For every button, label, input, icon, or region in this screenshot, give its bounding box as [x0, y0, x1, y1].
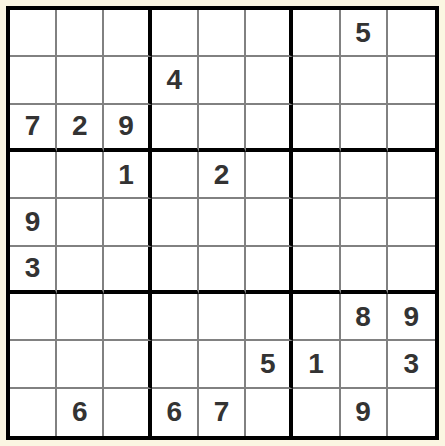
cell-r2c7[interactable] [293, 57, 340, 104]
cell-r5c9[interactable] [388, 199, 435, 246]
cell-r5c3[interactable] [104, 199, 151, 246]
cell-r1c1[interactable] [10, 10, 57, 57]
cell-r7c7[interactable] [293, 294, 340, 341]
cell-r8c9-given[interactable]: 3 [388, 341, 435, 388]
cell-r6c1-given[interactable]: 3 [10, 247, 57, 294]
cell-r7c3[interactable] [104, 294, 151, 341]
cell-r6c7[interactable] [293, 247, 340, 294]
cell-r1c6[interactable] [246, 10, 293, 57]
cell-r3c4[interactable] [152, 105, 199, 152]
cell-r9c1[interactable] [10, 389, 57, 436]
cell-r3c2-given[interactable]: 2 [57, 105, 104, 152]
cell-r8c1[interactable] [10, 341, 57, 388]
cell-r8c8[interactable] [341, 341, 388, 388]
cell-r1c5[interactable] [199, 10, 246, 57]
cell-r2c5[interactable] [199, 57, 246, 104]
cell-r3c3-given[interactable]: 9 [104, 105, 151, 152]
cell-r3c5[interactable] [199, 105, 246, 152]
cell-r3c8[interactable] [341, 105, 388, 152]
cell-r3c7[interactable] [293, 105, 340, 152]
cell-r4c8[interactable] [341, 152, 388, 199]
sudoku-board: 547291293895136679 [6, 6, 439, 440]
cell-r2c1[interactable] [10, 57, 57, 104]
cell-r9c7[interactable] [293, 389, 340, 436]
cell-r7c1[interactable] [10, 294, 57, 341]
cell-r7c4[interactable] [152, 294, 199, 341]
cell-r7c9-given[interactable]: 9 [388, 294, 435, 341]
cell-r3c1-given[interactable]: 7 [10, 105, 57, 152]
cell-r2c9[interactable] [388, 57, 435, 104]
cell-r4c6[interactable] [246, 152, 293, 199]
cell-r5c4[interactable] [152, 199, 199, 246]
cell-r1c2[interactable] [57, 10, 104, 57]
cell-r1c8-given[interactable]: 5 [341, 10, 388, 57]
cell-r6c2[interactable] [57, 247, 104, 294]
cell-r4c3-given[interactable]: 1 [104, 152, 151, 199]
cell-r5c7[interactable] [293, 199, 340, 246]
cell-r5c1-given[interactable]: 9 [10, 199, 57, 246]
cell-r6c3[interactable] [104, 247, 151, 294]
cell-r5c5[interactable] [199, 199, 246, 246]
cell-r9c4-given[interactable]: 6 [152, 389, 199, 436]
cell-r7c6[interactable] [246, 294, 293, 341]
cell-r4c7[interactable] [293, 152, 340, 199]
cell-r9c9[interactable] [388, 389, 435, 436]
cell-r8c6-given[interactable]: 5 [246, 341, 293, 388]
cell-r2c8[interactable] [341, 57, 388, 104]
cell-r3c9[interactable] [388, 105, 435, 152]
cell-r2c3[interactable] [104, 57, 151, 104]
cell-r9c8-given[interactable]: 9 [341, 389, 388, 436]
cell-r2c2[interactable] [57, 57, 104, 104]
cell-r2c6[interactable] [246, 57, 293, 104]
cell-r7c5[interactable] [199, 294, 246, 341]
cell-r8c7-given[interactable]: 1 [293, 341, 340, 388]
cell-r7c8-given[interactable]: 8 [341, 294, 388, 341]
cell-r6c4[interactable] [152, 247, 199, 294]
cell-r6c9[interactable] [388, 247, 435, 294]
cell-r8c2[interactable] [57, 341, 104, 388]
cell-r9c6[interactable] [246, 389, 293, 436]
cell-r1c4[interactable] [152, 10, 199, 57]
cell-r4c4[interactable] [152, 152, 199, 199]
cell-r7c2[interactable] [57, 294, 104, 341]
cell-r6c8[interactable] [341, 247, 388, 294]
cell-r8c3[interactable] [104, 341, 151, 388]
cell-r4c2[interactable] [57, 152, 104, 199]
cell-r4c5-given[interactable]: 2 [199, 152, 246, 199]
cell-r6c6[interactable] [246, 247, 293, 294]
cell-r9c2-given[interactable]: 6 [57, 389, 104, 436]
cell-r1c3[interactable] [104, 10, 151, 57]
cell-r3c6[interactable] [246, 105, 293, 152]
cell-r5c2[interactable] [57, 199, 104, 246]
cell-r6c5[interactable] [199, 247, 246, 294]
cell-r9c5-given[interactable]: 7 [199, 389, 246, 436]
cell-r4c9[interactable] [388, 152, 435, 199]
cell-r5c6[interactable] [246, 199, 293, 246]
cell-r1c7[interactable] [293, 10, 340, 57]
cell-r8c5[interactable] [199, 341, 246, 388]
cell-r4c1[interactable] [10, 152, 57, 199]
cell-r1c9[interactable] [388, 10, 435, 57]
cell-r5c8[interactable] [341, 199, 388, 246]
sudoku-page: 547291293895136679 [0, 0, 445, 446]
cell-r8c4[interactable] [152, 341, 199, 388]
cell-r2c4-given[interactable]: 4 [152, 57, 199, 104]
cell-r9c3[interactable] [104, 389, 151, 436]
